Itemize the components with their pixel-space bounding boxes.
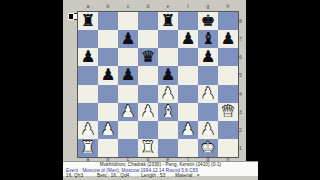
- square-a7[interactable]: [78, 30, 98, 48]
- square-c2[interactable]: [118, 121, 138, 139]
- black-pawn-f7[interactable]: ♟: [181, 30, 195, 48]
- square-a1[interactable]: ♜: [78, 139, 98, 157]
- white-pawn-b2[interactable]: ♟: [101, 121, 115, 139]
- square-b1[interactable]: [98, 139, 118, 157]
- black-rook-e8[interactable]: ♜: [161, 12, 175, 30]
- rank-label-8: 8: [239, 12, 246, 30]
- white-pawn-g2[interactable]: ♟: [201, 121, 215, 139]
- file-labels-top: abcdefgh: [78, 3, 238, 9]
- white-pawn-f2[interactable]: ♟: [181, 121, 195, 139]
- file-label-d-top: d: [138, 3, 158, 9]
- square-e3[interactable]: ♝: [158, 103, 178, 121]
- square-b2[interactable]: ♟: [98, 121, 118, 139]
- white-pawn-a2[interactable]: ♟: [81, 121, 95, 139]
- black-bishop-g7[interactable]: ♝: [201, 30, 215, 48]
- length-value: 53: [160, 173, 165, 178]
- square-b4[interactable]: [98, 85, 118, 103]
- file-label-f-top: f: [178, 3, 198, 9]
- square-g3[interactable]: [198, 103, 218, 121]
- square-g2[interactable]: ♟: [198, 121, 218, 139]
- length-label: Length :: [141, 173, 158, 178]
- square-a5[interactable]: [78, 66, 98, 84]
- square-d3[interactable]: ♟: [138, 103, 158, 121]
- white-pawn-c3[interactable]: ♟: [121, 103, 135, 121]
- square-c6[interactable]: [118, 48, 138, 66]
- square-f6[interactable]: [178, 48, 198, 66]
- video-frame: abcdefgh abcdefgh 87654321 ♜♜♚♟♟♝♟♟♛♟♟♟♟…: [0, 0, 320, 180]
- square-b6[interactable]: [98, 48, 118, 66]
- rank-label-7: 7: [239, 30, 246, 48]
- white-pawn-g4[interactable]: ♟: [201, 85, 215, 103]
- square-h4[interactable]: [218, 85, 238, 103]
- square-d7[interactable]: [138, 30, 158, 48]
- file-label-c-top: c: [118, 3, 138, 9]
- black-pawn-b5[interactable]: ♟: [101, 66, 115, 84]
- square-d1[interactable]: ♜: [138, 139, 158, 157]
- black-pawn-e5[interactable]: ♟: [161, 66, 175, 84]
- black-pawn-h7[interactable]: ♟: [221, 30, 235, 48]
- square-h6[interactable]: [218, 48, 238, 66]
- square-a6[interactable]: ♟: [78, 48, 98, 66]
- square-d6[interactable]: ♛: [138, 48, 158, 66]
- material-label: Material :: [175, 173, 195, 178]
- square-f8[interactable]: [178, 12, 198, 30]
- square-d2[interactable]: [138, 121, 158, 139]
- square-e2[interactable]: [158, 121, 178, 139]
- square-f2[interactable]: ♟: [178, 121, 198, 139]
- rank-label-2: 2: [239, 121, 246, 139]
- square-b5[interactable]: ♟: [98, 66, 118, 84]
- square-e4[interactable]: ♟: [158, 85, 178, 103]
- white-rook-a1[interactable]: ♜: [81, 139, 95, 157]
- rank-label-6: 6: [239, 48, 246, 66]
- square-f7[interactable]: ♟: [178, 30, 198, 48]
- square-c7[interactable]: ♟: [118, 30, 138, 48]
- rank-label-4: 4: [239, 85, 246, 103]
- square-g1[interactable]: ♚: [198, 139, 218, 157]
- square-f4[interactable]: [178, 85, 198, 103]
- black-pawn-c7[interactable]: ♟: [121, 30, 135, 48]
- square-e8[interactable]: ♜: [158, 12, 178, 30]
- square-g6[interactable]: ♟: [198, 48, 218, 66]
- players-result-line: Mukhitdinov, Chadrak (2330) - Peng, Kers…: [63, 162, 258, 167]
- file-label-e-top: e: [158, 3, 178, 9]
- square-h1[interactable]: [218, 139, 238, 157]
- square-g7[interactable]: ♝: [198, 30, 218, 48]
- black-pawn-g6[interactable]: ♟: [201, 48, 215, 66]
- last-move-text: 16. Qh3: [66, 173, 83, 178]
- square-c3[interactable]: ♟: [118, 103, 138, 121]
- square-f5[interactable]: [178, 66, 198, 84]
- square-b3[interactable]: [98, 103, 118, 121]
- black-pawn-c5[interactable]: ♟: [121, 66, 135, 84]
- rank-labels-right: 87654321: [239, 12, 246, 157]
- square-b7[interactable]: [98, 30, 118, 48]
- rank-label-5: 5: [239, 66, 246, 84]
- square-d8[interactable]: [138, 12, 158, 30]
- black-queen-d6[interactable]: ♛: [141, 48, 155, 66]
- black-rook-a8[interactable]: ♜: [81, 12, 95, 30]
- square-f3[interactable]: [178, 103, 198, 121]
- white-bishop-e3[interactable]: ♝: [161, 103, 175, 121]
- square-e7[interactable]: [158, 30, 178, 48]
- chess-board[interactable]: ♜♜♚♟♟♝♟♟♛♟♟♟♟♟♟♟♟♝♛♟♟♟♟♜♜♚: [78, 12, 238, 157]
- square-a3[interactable]: [78, 103, 98, 121]
- square-e1[interactable]: [158, 139, 178, 157]
- square-f1[interactable]: [178, 139, 198, 157]
- square-a4[interactable]: [78, 85, 98, 103]
- square-b8[interactable]: [98, 12, 118, 30]
- square-a8[interactable]: ♜: [78, 12, 98, 30]
- square-c1[interactable]: [118, 139, 138, 157]
- square-g8[interactable]: ♚: [198, 12, 218, 30]
- white-king-g1[interactable]: ♚: [201, 139, 215, 157]
- rank-label-3: 3: [239, 103, 246, 121]
- file-label-h-top: h: [218, 3, 238, 9]
- square-h8[interactable]: [218, 12, 238, 30]
- square-g4[interactable]: ♟: [198, 85, 218, 103]
- stats-line: 16. Qh3 Best : 16...Qd4 Length : 53 Mate…: [66, 173, 199, 178]
- square-e6[interactable]: [158, 48, 178, 66]
- square-h5[interactable]: [218, 66, 238, 84]
- square-h7[interactable]: ♟: [218, 30, 238, 48]
- black-pawn-a6[interactable]: ♟: [81, 48, 95, 66]
- rank-label-1: 1: [239, 139, 246, 157]
- square-h2[interactable]: [218, 121, 238, 139]
- square-a2[interactable]: ♟: [78, 121, 98, 139]
- square-g5[interactable]: [198, 66, 218, 84]
- file-label-b-top: b: [98, 3, 118, 9]
- material-value: =: [197, 173, 200, 178]
- square-c4[interactable]: [118, 85, 138, 103]
- square-e5[interactable]: ♟: [158, 66, 178, 84]
- square-d5[interactable]: [138, 66, 158, 84]
- square-c8[interactable]: [118, 12, 138, 30]
- file-label-a-top: a: [78, 3, 98, 9]
- best-value: 16...Qd4: [111, 173, 129, 178]
- black-king-g8[interactable]: ♚: [201, 12, 215, 30]
- square-h3[interactable]: ♛: [218, 103, 238, 121]
- best-label: Best :: [97, 173, 109, 178]
- white-rook-d1[interactable]: ♜: [141, 139, 155, 157]
- white-queen-h3[interactable]: ♛: [221, 103, 235, 121]
- square-d4[interactable]: [138, 85, 158, 103]
- white-pawn-e4[interactable]: ♟: [161, 85, 175, 103]
- file-label-g-top: g: [198, 3, 218, 9]
- square-c5[interactable]: ♟: [118, 66, 138, 84]
- white-pawn-d3[interactable]: ♟: [141, 103, 155, 121]
